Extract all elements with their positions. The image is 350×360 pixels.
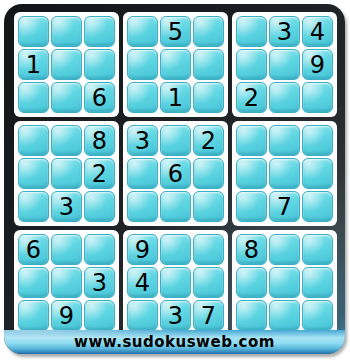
cell-r2c6[interactable] bbox=[193, 49, 224, 80]
cell-r4c4[interactable]: 3 bbox=[127, 125, 158, 156]
box-r3c3: 8 bbox=[232, 230, 337, 335]
cell-r5c9[interactable] bbox=[302, 158, 333, 189]
cell-r9c8[interactable] bbox=[269, 300, 300, 331]
cell-r1c6[interactable] bbox=[193, 16, 224, 47]
box-r3c2: 9437 bbox=[123, 230, 228, 335]
cell-r9c2[interactable]: 9 bbox=[51, 300, 82, 331]
box-r1c2: 51 bbox=[123, 12, 228, 117]
box-r2c2: 326 bbox=[123, 121, 228, 226]
sudoku-board: 16513492823326763994378 bbox=[14, 12, 337, 335]
cell-r4c7[interactable] bbox=[236, 125, 267, 156]
cell-r6c9[interactable] bbox=[302, 191, 333, 222]
cell-r6c4[interactable] bbox=[127, 191, 158, 222]
cell-r6c7[interactable] bbox=[236, 191, 267, 222]
cell-r3c4[interactable] bbox=[127, 82, 158, 113]
cell-r1c9[interactable]: 4 bbox=[302, 16, 333, 47]
cell-r9c3[interactable] bbox=[84, 300, 115, 331]
cell-r7c2[interactable] bbox=[51, 234, 82, 265]
cell-r7c5[interactable] bbox=[160, 234, 191, 265]
footer-band: www.sudokusweb.com bbox=[4, 330, 345, 354]
cell-r4c9[interactable] bbox=[302, 125, 333, 156]
cell-r2c5[interactable] bbox=[160, 49, 191, 80]
cell-r8c4[interactable]: 4 bbox=[127, 267, 158, 298]
cell-r1c3[interactable] bbox=[84, 16, 115, 47]
cell-r1c4[interactable] bbox=[127, 16, 158, 47]
box-r2c1: 823 bbox=[14, 121, 119, 226]
cell-r3c9[interactable] bbox=[302, 82, 333, 113]
cell-r9c1[interactable] bbox=[18, 300, 49, 331]
cell-r2c7[interactable] bbox=[236, 49, 267, 80]
cell-r9c6[interactable]: 7 bbox=[193, 300, 224, 331]
cell-r1c2[interactable] bbox=[51, 16, 82, 47]
cell-r7c1[interactable]: 6 bbox=[18, 234, 49, 265]
cell-r8c3[interactable]: 3 bbox=[84, 267, 115, 298]
cell-r3c5[interactable]: 1 bbox=[160, 82, 191, 113]
cell-r3c8[interactable] bbox=[269, 82, 300, 113]
cell-r9c7[interactable] bbox=[236, 300, 267, 331]
cell-r7c7[interactable]: 8 bbox=[236, 234, 267, 265]
cell-r6c5[interactable] bbox=[160, 191, 191, 222]
cell-r3c2[interactable] bbox=[51, 82, 82, 113]
cell-r5c1[interactable] bbox=[18, 158, 49, 189]
cell-r5c8[interactable] bbox=[269, 158, 300, 189]
box-r1c3: 3492 bbox=[232, 12, 337, 117]
cell-r6c2[interactable]: 3 bbox=[51, 191, 82, 222]
cell-r8c2[interactable] bbox=[51, 267, 82, 298]
cell-r8c7[interactable] bbox=[236, 267, 267, 298]
cell-r7c4[interactable]: 9 bbox=[127, 234, 158, 265]
cell-r2c1[interactable]: 1 bbox=[18, 49, 49, 80]
cell-r7c8[interactable] bbox=[269, 234, 300, 265]
cell-r5c5[interactable]: 6 bbox=[160, 158, 191, 189]
cell-r7c6[interactable] bbox=[193, 234, 224, 265]
cell-r5c7[interactable] bbox=[236, 158, 267, 189]
cell-r9c4[interactable] bbox=[127, 300, 158, 331]
cell-r8c9[interactable] bbox=[302, 267, 333, 298]
cell-r5c3[interactable]: 2 bbox=[84, 158, 115, 189]
cell-r6c6[interactable] bbox=[193, 191, 224, 222]
cell-r6c8[interactable]: 7 bbox=[269, 191, 300, 222]
cell-r5c4[interactable] bbox=[127, 158, 158, 189]
cell-r3c3[interactable]: 6 bbox=[84, 82, 115, 113]
cell-r3c6[interactable] bbox=[193, 82, 224, 113]
cell-r5c6[interactable] bbox=[193, 158, 224, 189]
cell-r2c9[interactable]: 9 bbox=[302, 49, 333, 80]
cell-r8c5[interactable] bbox=[160, 267, 191, 298]
cell-r2c3[interactable] bbox=[84, 49, 115, 80]
cell-r9c9[interactable] bbox=[302, 300, 333, 331]
sudoku-app: 16513492823326763994378 www.sudokusweb.c… bbox=[0, 0, 350, 360]
cell-r2c2[interactable] bbox=[51, 49, 82, 80]
cell-r9c5[interactable]: 3 bbox=[160, 300, 191, 331]
footer-url: www.sudokusweb.com bbox=[74, 333, 275, 351]
cell-r3c1[interactable] bbox=[18, 82, 49, 113]
box-r2c3: 7 bbox=[232, 121, 337, 226]
cell-r3c7[interactable]: 2 bbox=[236, 82, 267, 113]
cell-r7c3[interactable] bbox=[84, 234, 115, 265]
cell-r8c6[interactable] bbox=[193, 267, 224, 298]
cell-r4c5[interactable] bbox=[160, 125, 191, 156]
cell-r1c5[interactable]: 5 bbox=[160, 16, 191, 47]
cell-r8c1[interactable] bbox=[18, 267, 49, 298]
box-r1c1: 16 bbox=[14, 12, 119, 117]
cell-r4c3[interactable]: 8 bbox=[84, 125, 115, 156]
box-r3c1: 639 bbox=[14, 230, 119, 335]
cell-r4c6[interactable]: 2 bbox=[193, 125, 224, 156]
cell-r1c8[interactable]: 3 bbox=[269, 16, 300, 47]
cell-r8c8[interactable] bbox=[269, 267, 300, 298]
cell-r4c1[interactable] bbox=[18, 125, 49, 156]
cell-r1c1[interactable] bbox=[18, 16, 49, 47]
cell-r1c7[interactable] bbox=[236, 16, 267, 47]
cell-r6c1[interactable] bbox=[18, 191, 49, 222]
cell-r5c2[interactable] bbox=[51, 158, 82, 189]
cell-r4c2[interactable] bbox=[51, 125, 82, 156]
cell-r7c9[interactable] bbox=[302, 234, 333, 265]
cell-r6c3[interactable] bbox=[84, 191, 115, 222]
cell-r2c8[interactable] bbox=[269, 49, 300, 80]
cell-r2c4[interactable] bbox=[127, 49, 158, 80]
cell-r4c8[interactable] bbox=[269, 125, 300, 156]
